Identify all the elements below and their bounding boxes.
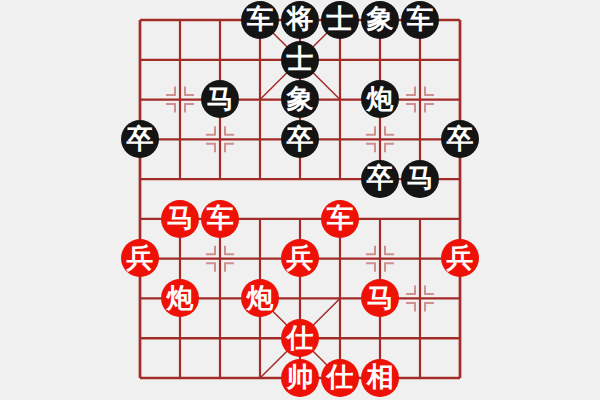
piece-black-cannon[interactable]: 炮 [361,80,399,118]
piece-black-horse[interactable]: 马 [401,160,439,198]
board-intersections-grid[interactable]: 车将士象车士马象炮卒卒卒卒马马车车兵兵兵炮炮马仕帅仕相 [120,0,480,398]
piece-red-soldier[interactable]: 兵 [121,239,159,277]
piece-black-soldier[interactable]: 卒 [281,120,319,158]
piece-black-chariot[interactable]: 车 [241,1,279,39]
piece-black-elephant[interactable]: 象 [281,80,319,118]
piece-red-soldier[interactable]: 兵 [441,239,479,277]
piece-red-elephant[interactable]: 相 [361,359,399,397]
piece-black-elephant[interactable]: 象 [361,1,399,39]
piece-black-advisor[interactable]: 士 [321,1,359,39]
piece-black-general[interactable]: 将 [281,1,319,39]
piece-black-horse[interactable]: 马 [201,80,239,118]
piece-red-cannon[interactable]: 炮 [161,279,199,317]
piece-red-chariot[interactable]: 车 [201,200,239,238]
piece-red-general[interactable]: 帅 [281,359,319,397]
xiangqi-board[interactable]: 车将士象车士马象炮卒卒卒卒马马车车兵兵兵炮炮马仕帅仕相 [0,0,600,400]
piece-red-advisor[interactable]: 仕 [321,359,359,397]
piece-red-horse[interactable]: 马 [161,200,199,238]
piece-red-soldier[interactable]: 兵 [281,239,319,277]
piece-black-chariot[interactable]: 车 [401,1,439,39]
piece-red-chariot[interactable]: 车 [321,200,359,238]
piece-red-advisor[interactable]: 仕 [281,319,319,357]
piece-black-soldier[interactable]: 卒 [361,160,399,198]
piece-black-soldier[interactable]: 卒 [441,120,479,158]
piece-black-advisor[interactable]: 士 [281,41,319,79]
piece-red-horse[interactable]: 马 [361,279,399,317]
piece-black-soldier[interactable]: 卒 [121,120,159,158]
piece-red-cannon[interactable]: 炮 [241,279,279,317]
